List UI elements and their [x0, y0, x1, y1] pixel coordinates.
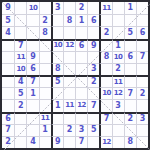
- cell-r4c12[interactable]: [136, 39, 148, 51]
- cell-r8c11[interactable]: 7: [124, 87, 136, 99]
- cell-r7c9[interactable]: [99, 75, 111, 87]
- cell-r6c6[interactable]: [63, 63, 75, 75]
- cell-r12c4[interactable]: [39, 136, 51, 148]
- cell-r11c11[interactable]: [124, 124, 136, 136]
- board: 9103211152816482567101269111981067106832…: [0, 0, 150, 150]
- cell-r12c9[interactable]: 12: [99, 136, 111, 148]
- cell-r4c5[interactable]: 10: [51, 39, 63, 51]
- cell-r3c3[interactable]: [26, 26, 38, 38]
- cell-r6c9[interactable]: [99, 63, 111, 75]
- cell-r12c7[interactable]: 7: [75, 136, 87, 148]
- cell-r9c3[interactable]: [26, 99, 38, 111]
- cell-r8c2[interactable]: 5: [14, 87, 26, 99]
- cell-r1c4[interactable]: [39, 2, 51, 14]
- cell-r9c9[interactable]: [99, 99, 111, 111]
- cell-r3c7[interactable]: [75, 26, 87, 38]
- cell-r12c2[interactable]: [14, 136, 26, 148]
- cell-r9c5[interactable]: 1: [51, 99, 63, 111]
- cell-r1c6[interactable]: [63, 2, 75, 14]
- cell-r12c5[interactable]: 9: [51, 136, 63, 148]
- cell-r11c3[interactable]: [26, 124, 38, 136]
- cell-r7c1[interactable]: [2, 75, 14, 87]
- cell-r11c9[interactable]: [99, 124, 111, 136]
- cell-r8c4[interactable]: [39, 87, 51, 99]
- cell-r9c2[interactable]: 2: [14, 99, 26, 111]
- cell-r4c11[interactable]: [124, 39, 136, 51]
- cell-r11c10[interactable]: [112, 124, 124, 136]
- cell-r5c3[interactable]: 9: [26, 51, 38, 63]
- cell-r12c3[interactable]: 4: [26, 136, 38, 148]
- cell-r8c1[interactable]: [2, 87, 14, 99]
- cell-r3c4[interactable]: 8: [39, 26, 51, 38]
- cell-r6c5[interactable]: 8: [51, 63, 63, 75]
- cell-r8c7[interactable]: [75, 87, 87, 99]
- cell-r10c12[interactable]: 3: [136, 112, 148, 124]
- cell-r2c3[interactable]: [26, 14, 38, 26]
- cell-r12c11[interactable]: 8: [124, 136, 136, 148]
- cell-r3c5[interactable]: [51, 26, 63, 38]
- cell-r3c12[interactable]: 6: [136, 26, 148, 38]
- cell-r11c5[interactable]: [51, 124, 63, 136]
- cell-r7c12[interactable]: [136, 75, 148, 87]
- cell-r2c5[interactable]: [51, 14, 63, 26]
- cell-r5c4[interactable]: [39, 51, 51, 63]
- cell-r7c6[interactable]: [63, 75, 75, 87]
- cell-r7c2[interactable]: 4: [14, 75, 26, 87]
- cell-r6c11[interactable]: [124, 63, 136, 75]
- cell-r6c3[interactable]: 6: [26, 63, 38, 75]
- cell-r4c3[interactable]: [26, 39, 38, 51]
- cell-r3c1[interactable]: 4: [2, 26, 14, 38]
- cell-r7c3[interactable]: 7: [26, 75, 38, 87]
- cell-r11c8[interactable]: 5: [87, 124, 99, 136]
- cell-r3c9[interactable]: 2: [99, 26, 111, 38]
- cell-r6c10[interactable]: 2: [112, 63, 124, 75]
- cell-r5c1[interactable]: [2, 51, 14, 63]
- cell-r2c9[interactable]: [99, 14, 111, 26]
- cell-r4c1[interactable]: [2, 39, 14, 51]
- cell-r10c11[interactable]: 2: [124, 112, 136, 124]
- cell-r8c3[interactable]: 1: [26, 87, 38, 99]
- cell-r1c10[interactable]: [112, 2, 124, 14]
- cell-r10c7[interactable]: [75, 112, 87, 124]
- cell-r10c3[interactable]: [26, 112, 38, 124]
- cell-r8c6[interactable]: [63, 87, 75, 99]
- cell-r4c10[interactable]: 1: [112, 39, 124, 51]
- cell-r1c12[interactable]: [136, 2, 148, 14]
- cell-r10c4[interactable]: 11: [39, 112, 51, 124]
- cell-r7c4[interactable]: [39, 75, 51, 87]
- cell-r12c8[interactable]: [87, 136, 99, 148]
- cell-r5c8[interactable]: [87, 51, 99, 63]
- cell-r6c8[interactable]: 3: [87, 63, 99, 75]
- cell-r5c2[interactable]: 11: [14, 51, 26, 63]
- cell-r6c12[interactable]: [136, 63, 148, 75]
- cell-r1c3[interactable]: 10: [26, 2, 38, 14]
- cell-r8c12[interactable]: 2: [136, 87, 148, 99]
- cell-r9c1[interactable]: [2, 99, 14, 111]
- cell-r10c10[interactable]: [112, 112, 124, 124]
- cell-r2c7[interactable]: 1: [75, 14, 87, 26]
- cell-r11c7[interactable]: 3: [75, 124, 87, 136]
- cell-r2c8[interactable]: 6: [87, 14, 99, 26]
- cell-r10c2[interactable]: [14, 112, 26, 124]
- cell-r2c10[interactable]: [112, 14, 124, 26]
- cell-r1c1[interactable]: 9: [2, 2, 14, 14]
- cell-r10c5[interactable]: [51, 112, 63, 124]
- cell-r5c12[interactable]: 7: [136, 51, 148, 63]
- cell-r4c7[interactable]: 6: [75, 39, 87, 51]
- cell-r10c8[interactable]: [87, 112, 99, 124]
- cell-r8c8[interactable]: [87, 87, 99, 99]
- cell-r3c2[interactable]: [14, 26, 26, 38]
- cell-r2c4[interactable]: 2: [39, 14, 51, 26]
- cell-r11c6[interactable]: 2: [63, 124, 75, 136]
- cell-r9c8[interactable]: 7: [87, 99, 99, 111]
- cell-r12c12[interactable]: [136, 136, 148, 148]
- cell-r2c12[interactable]: [136, 14, 148, 26]
- cell-r7c5[interactable]: 5: [51, 75, 63, 87]
- cell-r7c8[interactable]: 2: [87, 75, 99, 87]
- cell-r2c2[interactable]: [14, 14, 26, 26]
- cell-r5c9[interactable]: 8: [99, 51, 111, 63]
- cell-r3c11[interactable]: 5: [124, 26, 136, 38]
- cell-r8c9[interactable]: 10: [99, 87, 111, 99]
- cell-r7c7[interactable]: [75, 75, 87, 87]
- cell-r4c8[interactable]: 9: [87, 39, 99, 51]
- cell-r5c5[interactable]: [51, 51, 63, 63]
- cell-r9c6[interactable]: 11: [63, 99, 75, 111]
- cell-r2c1[interactable]: 5: [2, 14, 14, 26]
- cell-r2c11[interactable]: [124, 14, 136, 26]
- cell-r8c5[interactable]: [51, 87, 63, 99]
- cell-r1c7[interactable]: 2: [75, 2, 87, 14]
- cell-r4c6[interactable]: 12: [63, 39, 75, 51]
- cell-r1c9[interactable]: 11: [99, 2, 111, 14]
- cell-r7c10[interactable]: 11: [112, 75, 124, 87]
- cell-r1c2[interactable]: [14, 2, 26, 14]
- cell-r1c11[interactable]: 1: [124, 2, 136, 14]
- cell-r11c1[interactable]: 7: [2, 124, 14, 136]
- cell-r11c2[interactable]: [14, 124, 26, 136]
- cell-r10c6[interactable]: [63, 112, 75, 124]
- cell-r12c1[interactable]: 2: [2, 136, 14, 148]
- cell-r5c6[interactable]: [63, 51, 75, 63]
- cell-r12c10[interactable]: [112, 136, 124, 148]
- cell-r9c7[interactable]: 12: [75, 99, 87, 111]
- cell-r6c1[interactable]: [2, 63, 14, 75]
- cell-r6c2[interactable]: 10: [14, 63, 26, 75]
- cell-r11c4[interactable]: 1: [39, 124, 51, 136]
- cell-r6c4[interactable]: [39, 63, 51, 75]
- cell-r5c10[interactable]: 10: [112, 51, 124, 63]
- cell-r9c12[interactable]: [136, 99, 148, 111]
- cell-r4c4[interactable]: [39, 39, 51, 51]
- cell-r10c9[interactable]: 7: [99, 112, 111, 124]
- cell-r4c9[interactable]: [99, 39, 111, 51]
- cell-r8c10[interactable]: 12: [112, 87, 124, 99]
- cell-r5c7[interactable]: [75, 51, 87, 63]
- cell-r9c10[interactable]: 3: [112, 99, 124, 111]
- cell-r5c11[interactable]: 6: [124, 51, 136, 63]
- cell-r1c8[interactable]: [87, 2, 99, 14]
- cell-r10c1[interactable]: 6: [2, 112, 14, 124]
- cell-r9c11[interactable]: [124, 99, 136, 111]
- cell-r11c12[interactable]: [136, 124, 148, 136]
- cell-r9c4[interactable]: [39, 99, 51, 111]
- puzzle-stage: 9103211152816482567101269111981067106832…: [0, 0, 150, 150]
- cell-r3c6[interactable]: [63, 26, 75, 38]
- cell-r3c8[interactable]: [87, 26, 99, 38]
- cell-r12c6[interactable]: [63, 136, 75, 148]
- cell-r2c6[interactable]: 8: [63, 14, 75, 26]
- cell-r1c5[interactable]: 3: [51, 2, 63, 14]
- cell-r4c2[interactable]: 7: [14, 39, 26, 51]
- cell-r7c11[interactable]: [124, 75, 136, 87]
- cell-r3c10[interactable]: [112, 26, 124, 38]
- cell-r6c7[interactable]: [75, 63, 87, 75]
